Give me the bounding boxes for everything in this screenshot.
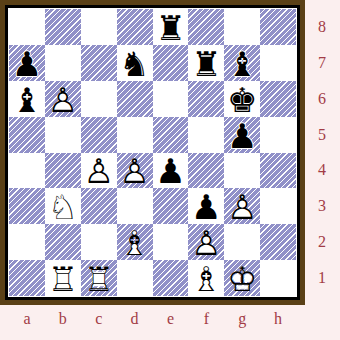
square-b4[interactable] [45, 153, 81, 189]
square-h5[interactable] [260, 117, 296, 153]
square-e1[interactable] [153, 260, 189, 296]
square-b8[interactable] [45, 9, 81, 45]
square-e8[interactable]: ♜ [153, 9, 189, 45]
file-label-f: f [188, 306, 224, 334]
board-border-line: ♜♟♞♜♝♝♟♙♚♟♟♙♟♙♟♞♘♟♟♙♝♗♟♙♜♖♜♖♝♗♚♔ [5, 5, 300, 300]
square-h1[interactable] [260, 260, 296, 296]
file-label-d: d [117, 306, 153, 334]
rank-label-3: 3 [307, 188, 337, 224]
square-e3[interactable] [153, 188, 189, 224]
square-h3[interactable] [260, 188, 296, 224]
square-a7[interactable]: ♟ [9, 45, 45, 81]
square-g6[interactable]: ♚ [224, 81, 260, 117]
square-c3[interactable] [81, 188, 117, 224]
square-f8[interactable] [188, 9, 224, 45]
square-c1[interactable]: ♜♖ [81, 260, 117, 296]
square-f6[interactable] [188, 81, 224, 117]
square-a2[interactable] [9, 224, 45, 260]
square-c5[interactable] [81, 117, 117, 153]
square-f5[interactable] [188, 117, 224, 153]
rank-label-2: 2 [307, 224, 337, 260]
square-e5[interactable] [153, 117, 189, 153]
square-a4[interactable] [9, 153, 45, 189]
square-h4[interactable] [260, 153, 296, 189]
chess-diagram: ♜♟♞♜♝♝♟♙♚♟♟♙♟♙♟♞♘♟♟♙♝♗♟♙♜♖♜♖♝♗♚♔ abcdefg… [0, 0, 340, 340]
square-e2[interactable] [153, 224, 189, 260]
square-g7[interactable]: ♝ [224, 45, 260, 81]
square-c4[interactable]: ♟♙ [81, 153, 117, 189]
square-g8[interactable] [224, 9, 260, 45]
square-f4[interactable] [188, 153, 224, 189]
square-c8[interactable] [81, 9, 117, 45]
file-label-c: c [81, 306, 117, 334]
square-c2[interactable] [81, 224, 117, 260]
file-label-a: a [9, 306, 45, 334]
square-g5[interactable]: ♟ [224, 117, 260, 153]
square-e6[interactable] [153, 81, 189, 117]
square-h2[interactable] [260, 224, 296, 260]
square-d3[interactable] [117, 188, 153, 224]
file-label-e: e [153, 306, 189, 334]
square-h7[interactable] [260, 45, 296, 81]
rank-label-5: 5 [307, 117, 337, 153]
square-e4[interactable]: ♟ [153, 153, 189, 189]
square-f1[interactable]: ♝♗ [188, 260, 224, 296]
square-d1[interactable] [117, 260, 153, 296]
square-a3[interactable] [9, 188, 45, 224]
square-f7[interactable]: ♜ [188, 45, 224, 81]
square-h8[interactable] [260, 9, 296, 45]
board-border-gap: ♜♟♞♜♝♝♟♙♚♟♟♙♟♙♟♞♘♟♟♙♝♗♟♙♜♖♜♖♝♗♚♔ [8, 8, 297, 297]
file-label-h: h [260, 306, 296, 334]
square-g3[interactable]: ♟♙ [224, 188, 260, 224]
square-c7[interactable] [81, 45, 117, 81]
square-c6[interactable] [81, 81, 117, 117]
square-a5[interactable] [9, 117, 45, 153]
chess-board-frame: ♜♟♞♜♝♝♟♙♚♟♟♙♟♙♟♞♘♟♟♙♝♗♟♙♜♖♜♖♝♗♚♔ [0, 0, 305, 305]
file-label-b: b [45, 306, 81, 334]
square-a8[interactable] [9, 9, 45, 45]
square-d8[interactable] [117, 9, 153, 45]
square-b2[interactable] [45, 224, 81, 260]
square-b1[interactable]: ♜♖ [45, 260, 81, 296]
chess-board: ♜♟♞♜♝♝♟♙♚♟♟♙♟♙♟♞♘♟♟♙♝♗♟♙♜♖♜♖♝♗♚♔ [9, 9, 296, 296]
square-b6[interactable]: ♟♙ [45, 81, 81, 117]
square-g2[interactable] [224, 224, 260, 260]
file-labels: abcdefgh [9, 306, 296, 334]
rank-labels: 87654321 [307, 9, 337, 296]
square-d4[interactable]: ♟♙ [117, 153, 153, 189]
square-d2[interactable]: ♝♗ [117, 224, 153, 260]
square-f3[interactable]: ♟ [188, 188, 224, 224]
square-b7[interactable] [45, 45, 81, 81]
rank-label-8: 8 [307, 9, 337, 45]
square-e7[interactable] [153, 45, 189, 81]
square-a6[interactable]: ♝ [9, 81, 45, 117]
square-h6[interactable] [260, 81, 296, 117]
square-b3[interactable]: ♞♘ [45, 188, 81, 224]
rank-label-4: 4 [307, 153, 337, 189]
square-d5[interactable] [117, 117, 153, 153]
square-g4[interactable] [224, 153, 260, 189]
square-g1[interactable]: ♚♔ [224, 260, 260, 296]
square-f2[interactable]: ♟♙ [188, 224, 224, 260]
rank-label-1: 1 [307, 260, 337, 296]
square-d7[interactable]: ♞ [117, 45, 153, 81]
rank-label-6: 6 [307, 81, 337, 117]
rank-label-7: 7 [307, 45, 337, 81]
square-a1[interactable] [9, 260, 45, 296]
square-b5[interactable] [45, 117, 81, 153]
file-label-g: g [224, 306, 260, 334]
square-d6[interactable] [117, 81, 153, 117]
